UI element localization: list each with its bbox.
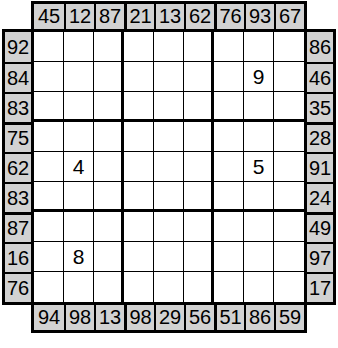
clue-cell-bottom-7: 51 bbox=[214, 305, 244, 330]
cell-r3c5[interactable] bbox=[154, 92, 184, 122]
right-clues-column: 864635289124499717 bbox=[307, 29, 336, 305]
cell-r4c7[interactable] bbox=[214, 122, 244, 152]
clue-cell-top-6: 62 bbox=[184, 4, 214, 29]
clue-cell-right-1: 86 bbox=[307, 32, 333, 62]
clue-cell-bottom-2: 98 bbox=[64, 305, 94, 330]
cell-r9c5[interactable] bbox=[154, 272, 184, 302]
cell-r5c6[interactable] bbox=[184, 152, 214, 182]
cell-r8c6[interactable] bbox=[184, 242, 214, 272]
given-cell-r8c2[interactable]: 8 bbox=[64, 242, 94, 272]
clue-cell-bottom-6: 56 bbox=[184, 305, 214, 330]
cell-r9c4[interactable] bbox=[124, 272, 154, 302]
cell-r4c9[interactable] bbox=[274, 122, 304, 152]
cell-r6c9[interactable] bbox=[274, 182, 304, 212]
cell-r9c1[interactable] bbox=[34, 272, 64, 302]
clue-cell-top-9: 67 bbox=[274, 4, 304, 29]
cell-r8c5[interactable] bbox=[154, 242, 184, 272]
clue-cell-left-9: 76 bbox=[5, 272, 31, 302]
cell-r6c2[interactable] bbox=[64, 182, 94, 212]
clue-cell-top-7: 76 bbox=[214, 4, 244, 29]
cell-r8c3[interactable] bbox=[94, 242, 124, 272]
cell-r1c4[interactable] bbox=[124, 32, 154, 62]
cell-r4c2[interactable] bbox=[64, 122, 94, 152]
cell-r1c5[interactable] bbox=[154, 32, 184, 62]
cell-r7c6[interactable] bbox=[184, 212, 214, 242]
clue-cell-right-4: 28 bbox=[307, 122, 333, 152]
cell-r4c3[interactable] bbox=[94, 122, 124, 152]
clue-cell-right-6: 24 bbox=[307, 182, 333, 212]
cell-r3c4[interactable] bbox=[124, 92, 154, 122]
clue-cell-top-2: 12 bbox=[64, 4, 94, 29]
cell-r6c7[interactable] bbox=[214, 182, 244, 212]
cell-r3c7[interactable] bbox=[214, 92, 244, 122]
cell-r5c7[interactable] bbox=[214, 152, 244, 182]
cell-r6c4[interactable] bbox=[124, 182, 154, 212]
clue-cell-left-1: 92 bbox=[5, 32, 31, 62]
clue-cell-right-8: 97 bbox=[307, 242, 333, 272]
given-cell-r5c2[interactable]: 4 bbox=[64, 152, 94, 182]
cell-r9c7[interactable] bbox=[214, 272, 244, 302]
clue-cell-right-7: 49 bbox=[307, 212, 333, 242]
given-cell-r5c8[interactable]: 5 bbox=[244, 152, 274, 182]
cell-r5c5[interactable] bbox=[154, 152, 184, 182]
cell-r3c3[interactable] bbox=[94, 92, 124, 122]
cell-r2c7[interactable] bbox=[214, 62, 244, 92]
cell-r7c5[interactable] bbox=[154, 212, 184, 242]
cell-r2c5[interactable] bbox=[154, 62, 184, 92]
cell-r8c1[interactable] bbox=[34, 242, 64, 272]
cell-r6c8[interactable] bbox=[244, 182, 274, 212]
cell-r4c5[interactable] bbox=[154, 122, 184, 152]
clue-cell-top-1: 45 bbox=[34, 4, 64, 29]
cell-r5c4[interactable] bbox=[124, 152, 154, 182]
cell-r1c7[interactable] bbox=[214, 32, 244, 62]
clue-cell-right-3: 35 bbox=[307, 92, 333, 122]
clue-cell-bottom-9: 59 bbox=[274, 305, 304, 330]
cell-r4c4[interactable] bbox=[124, 122, 154, 152]
cell-r7c9[interactable] bbox=[274, 212, 304, 242]
cell-r6c6[interactable] bbox=[184, 182, 214, 212]
cell-r2c9[interactable] bbox=[274, 62, 304, 92]
clue-cell-top-3: 87 bbox=[94, 4, 124, 29]
cell-r5c1[interactable] bbox=[34, 152, 64, 182]
cell-r3c6[interactable] bbox=[184, 92, 214, 122]
clue-cell-left-7: 87 bbox=[5, 212, 31, 242]
clue-cell-left-6: 83 bbox=[5, 182, 31, 212]
cell-r7c4[interactable] bbox=[124, 212, 154, 242]
frame-sudoku-board: 451287211362769367 928483756283871676 86… bbox=[0, 0, 338, 348]
cell-r8c9[interactable] bbox=[274, 242, 304, 272]
clue-cell-top-8: 93 bbox=[244, 4, 274, 29]
clue-cell-left-2: 84 bbox=[5, 62, 31, 92]
cell-r9c2[interactable] bbox=[64, 272, 94, 302]
clue-cell-bottom-5: 29 bbox=[154, 305, 184, 330]
cell-r7c8[interactable] bbox=[244, 212, 274, 242]
cell-r4c1[interactable] bbox=[34, 122, 64, 152]
cell-r7c3[interactable] bbox=[94, 212, 124, 242]
clue-cell-right-2: 46 bbox=[307, 62, 333, 92]
cell-r6c1[interactable] bbox=[34, 182, 64, 212]
cell-r3c2[interactable] bbox=[64, 92, 94, 122]
cell-r3c9[interactable] bbox=[274, 92, 304, 122]
cell-r6c3[interactable] bbox=[94, 182, 124, 212]
clue-cell-right-9: 17 bbox=[307, 272, 333, 302]
cell-r7c1[interactable] bbox=[34, 212, 64, 242]
clue-cell-bottom-1: 94 bbox=[34, 305, 64, 330]
left-clues-column: 928483756283871676 bbox=[2, 29, 31, 305]
clue-cell-left-5: 62 bbox=[5, 152, 31, 182]
cell-r9c6[interactable] bbox=[184, 272, 214, 302]
cell-r1c1[interactable] bbox=[34, 32, 64, 62]
given-cell-r2c8[interactable]: 9 bbox=[244, 62, 274, 92]
cell-r1c2[interactable] bbox=[64, 32, 94, 62]
clue-cell-left-4: 75 bbox=[5, 122, 31, 152]
clue-cell-left-3: 83 bbox=[5, 92, 31, 122]
clue-cell-bottom-4: 98 bbox=[124, 305, 154, 330]
cell-r1c3[interactable] bbox=[94, 32, 124, 62]
cell-r9c9[interactable] bbox=[274, 272, 304, 302]
cell-r8c7[interactable] bbox=[214, 242, 244, 272]
clue-cell-left-8: 16 bbox=[5, 242, 31, 272]
clue-cell-bottom-3: 13 bbox=[94, 305, 124, 330]
cell-r7c2[interactable] bbox=[64, 212, 94, 242]
clue-cell-top-5: 13 bbox=[154, 4, 184, 29]
cell-r9c3[interactable] bbox=[94, 272, 124, 302]
cell-r6c5[interactable] bbox=[154, 182, 184, 212]
cell-r2c4[interactable] bbox=[124, 62, 154, 92]
cell-r5c3[interactable] bbox=[94, 152, 124, 182]
cell-r3c1[interactable] bbox=[34, 92, 64, 122]
cell-r5c9[interactable] bbox=[274, 152, 304, 182]
cell-r1c9[interactable] bbox=[274, 32, 304, 62]
clue-cell-right-5: 91 bbox=[307, 152, 333, 182]
cell-r2c2[interactable] bbox=[64, 62, 94, 92]
top-clues-row: 451287211362769367 bbox=[31, 1, 307, 29]
sudoku-grid: 9458 bbox=[31, 29, 307, 305]
cell-r8c8[interactable] bbox=[244, 242, 274, 272]
cell-r8c4[interactable] bbox=[124, 242, 154, 272]
cell-r9c8[interactable] bbox=[244, 272, 274, 302]
cell-r2c1[interactable] bbox=[34, 62, 64, 92]
cell-r7c7[interactable] bbox=[214, 212, 244, 242]
bottom-clues-row: 949813982956518659 bbox=[31, 305, 307, 333]
cell-r2c3[interactable] bbox=[94, 62, 124, 92]
clue-cell-top-4: 21 bbox=[124, 4, 154, 29]
cell-r3c8[interactable] bbox=[244, 92, 274, 122]
cell-r4c6[interactable] bbox=[184, 122, 214, 152]
cell-r4c8[interactable] bbox=[244, 122, 274, 152]
clue-cell-bottom-8: 86 bbox=[244, 305, 274, 330]
cell-r1c8[interactable] bbox=[244, 32, 274, 62]
cell-r2c6[interactable] bbox=[184, 62, 214, 92]
cell-r1c6[interactable] bbox=[184, 32, 214, 62]
